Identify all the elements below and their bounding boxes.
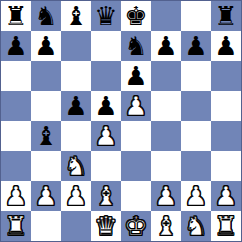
square-d4[interactable]: ♟ (91, 121, 121, 151)
piece-black-pawn[interactable]: ♟ (34, 31, 57, 61)
square-b8[interactable]: ♞ (31, 1, 61, 31)
square-f5[interactable] (151, 91, 181, 121)
piece-black-king[interactable]: ♚ (124, 1, 147, 31)
piece-black-pawn[interactable]: ♟ (4, 31, 27, 61)
piece-white-knight[interactable]: ♞ (64, 151, 87, 181)
square-g7[interactable]: ♟ (181, 31, 211, 61)
square-g3[interactable] (181, 151, 211, 181)
square-b1[interactable] (31, 211, 61, 241)
piece-white-pawn[interactable]: ♟ (124, 91, 147, 121)
square-f1[interactable]: ♝ (151, 211, 181, 241)
square-g8[interactable] (181, 1, 211, 31)
square-b6[interactable] (31, 61, 61, 91)
chess-board: ♜♞♝♛♚♜♟♟♞♟♟♟♟♟♟♟♝♟♞♟♟♟♝♟♟♟♜♛♚♝♞♜ (0, 0, 242, 242)
square-e6[interactable]: ♟ (121, 61, 151, 91)
square-d3[interactable] (91, 151, 121, 181)
square-d7[interactable] (91, 31, 121, 61)
square-a3[interactable] (1, 151, 31, 181)
piece-white-pawn[interactable]: ♟ (64, 181, 87, 211)
square-b2[interactable]: ♟ (31, 181, 61, 211)
piece-black-bishop[interactable]: ♝ (34, 121, 57, 151)
piece-white-rook[interactable]: ♜ (214, 211, 237, 241)
square-a7[interactable]: ♟ (1, 31, 31, 61)
square-a2[interactable]: ♟ (1, 181, 31, 211)
square-h1[interactable]: ♜ (211, 211, 241, 241)
piece-black-pawn[interactable]: ♟ (94, 91, 117, 121)
square-c3[interactable]: ♞ (61, 151, 91, 181)
square-h8[interactable]: ♜ (211, 1, 241, 31)
square-a6[interactable] (1, 61, 31, 91)
square-f3[interactable] (151, 151, 181, 181)
square-f6[interactable] (151, 61, 181, 91)
square-b7[interactable]: ♟ (31, 31, 61, 61)
piece-white-bishop[interactable]: ♝ (154, 211, 177, 241)
piece-black-bishop[interactable]: ♝ (64, 1, 87, 31)
square-a1[interactable]: ♜ (1, 211, 31, 241)
square-e8[interactable]: ♚ (121, 1, 151, 31)
square-f8[interactable] (151, 1, 181, 31)
square-e7[interactable]: ♞ (121, 31, 151, 61)
square-g5[interactable] (181, 91, 211, 121)
square-c4[interactable] (61, 121, 91, 151)
square-b4[interactable]: ♝ (31, 121, 61, 151)
piece-black-pawn[interactable]: ♟ (184, 31, 207, 61)
square-e3[interactable] (121, 151, 151, 181)
piece-white-pawn[interactable]: ♟ (4, 181, 27, 211)
square-f2[interactable]: ♟ (151, 181, 181, 211)
piece-white-bishop[interactable]: ♝ (94, 181, 117, 211)
square-e2[interactable] (121, 181, 151, 211)
square-d2[interactable]: ♝ (91, 181, 121, 211)
piece-white-pawn[interactable]: ♟ (94, 121, 117, 151)
square-h6[interactable] (211, 61, 241, 91)
piece-black-pawn[interactable]: ♟ (154, 31, 177, 61)
chess-board-container: ♜♞♝♛♚♜♟♟♞♟♟♟♟♟♟♟♝♟♞♟♟♟♝♟♟♟♜♛♚♝♞♜ (0, 0, 242, 242)
piece-black-knight[interactable]: ♞ (34, 1, 57, 31)
square-c2[interactable]: ♟ (61, 181, 91, 211)
piece-black-knight[interactable]: ♞ (124, 31, 147, 61)
square-a8[interactable]: ♜ (1, 1, 31, 31)
square-g2[interactable]: ♟ (181, 181, 211, 211)
square-b5[interactable] (31, 91, 61, 121)
piece-white-king[interactable]: ♚ (124, 211, 147, 241)
square-h7[interactable]: ♟ (211, 31, 241, 61)
square-h4[interactable] (211, 121, 241, 151)
square-d5[interactable]: ♟ (91, 91, 121, 121)
square-h2[interactable]: ♟ (211, 181, 241, 211)
piece-black-rook[interactable]: ♜ (4, 1, 27, 31)
square-d8[interactable]: ♛ (91, 1, 121, 31)
square-d1[interactable]: ♛ (91, 211, 121, 241)
piece-white-rook[interactable]: ♜ (4, 211, 27, 241)
square-a5[interactable] (1, 91, 31, 121)
square-c8[interactable]: ♝ (61, 1, 91, 31)
square-g4[interactable] (181, 121, 211, 151)
piece-white-knight[interactable]: ♞ (184, 211, 207, 241)
piece-white-pawn[interactable]: ♟ (34, 181, 57, 211)
piece-black-rook[interactable]: ♜ (214, 1, 237, 31)
square-d6[interactable] (91, 61, 121, 91)
piece-black-pawn[interactable]: ♟ (214, 31, 237, 61)
square-c5[interactable]: ♟ (61, 91, 91, 121)
square-a4[interactable] (1, 121, 31, 151)
square-b3[interactable] (31, 151, 61, 181)
piece-white-queen[interactable]: ♛ (94, 211, 117, 241)
square-e1[interactable]: ♚ (121, 211, 151, 241)
square-e5[interactable]: ♟ (121, 91, 151, 121)
square-g6[interactable] (181, 61, 211, 91)
piece-black-queen[interactable]: ♛ (94, 1, 117, 31)
square-f7[interactable]: ♟ (151, 31, 181, 61)
square-e4[interactable] (121, 121, 151, 151)
square-c7[interactable] (61, 31, 91, 61)
piece-white-pawn[interactable]: ♟ (154, 181, 177, 211)
piece-black-pawn[interactable]: ♟ (64, 91, 87, 121)
square-h5[interactable] (211, 91, 241, 121)
piece-black-pawn[interactable]: ♟ (124, 61, 147, 91)
piece-white-pawn[interactable]: ♟ (184, 181, 207, 211)
square-c6[interactable] (61, 61, 91, 91)
piece-white-pawn[interactable]: ♟ (214, 181, 237, 211)
square-c1[interactable] (61, 211, 91, 241)
square-f4[interactable] (151, 121, 181, 151)
square-g1[interactable]: ♞ (181, 211, 211, 241)
square-h3[interactable] (211, 151, 241, 181)
